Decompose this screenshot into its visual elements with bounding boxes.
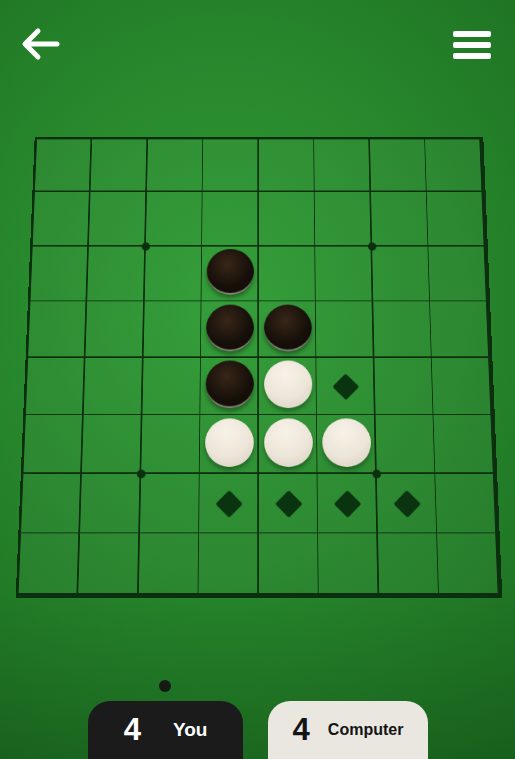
hamburger-menu-icon <box>453 53 491 59</box>
board-cell-f1[interactable] <box>314 139 371 192</box>
board-cell-g5[interactable] <box>374 358 433 415</box>
board-cell-c2[interactable] <box>146 192 203 246</box>
board-cell-c5[interactable] <box>142 358 201 415</box>
board-cell-a3[interactable] <box>30 247 89 302</box>
board-wrap <box>0 85 515 631</box>
board-cell-e2[interactable] <box>259 192 316 246</box>
player-score: 4 <box>124 712 141 748</box>
black-disc <box>206 361 254 409</box>
board-cell-b2[interactable] <box>89 192 147 246</box>
board-cell-a1[interactable] <box>35 139 93 192</box>
black-disc <box>264 304 312 351</box>
opponent-score-pill: 4 Computer <box>268 701 428 759</box>
board-cell-f3[interactable] <box>316 247 374 302</box>
player-score-pill: 4 You <box>88 701 243 759</box>
board-cell-a6[interactable] <box>23 415 84 474</box>
board-cell-b1[interactable] <box>91 139 148 192</box>
white-disc <box>264 418 313 467</box>
board-cell-h4[interactable] <box>430 302 489 358</box>
board-cell-g3[interactable] <box>372 247 430 302</box>
star-point <box>368 243 377 251</box>
board-cell-g1[interactable] <box>370 139 427 192</box>
board-cell-b7[interactable] <box>80 474 141 534</box>
board-cell-d2[interactable] <box>202 192 259 246</box>
board-cell-f5[interactable] <box>317 358 376 415</box>
white-disc <box>205 418 254 467</box>
board-cell-f2[interactable] <box>315 192 372 246</box>
board-cell-g2[interactable] <box>371 192 429 246</box>
board-cell-h5[interactable] <box>432 358 492 415</box>
othello-board <box>16 137 503 597</box>
board-cell-h2[interactable] <box>427 192 485 246</box>
board-cell-d3[interactable] <box>202 247 259 302</box>
black-disc <box>207 249 254 295</box>
hamburger-menu-icon <box>453 31 491 37</box>
legal-move-hint-diamond[interactable] <box>275 490 302 518</box>
player-label: You <box>173 719 207 741</box>
board-cell-c7[interactable] <box>140 474 200 534</box>
back-arrow-icon <box>19 25 61 63</box>
white-disc <box>264 361 312 409</box>
board-cell-c3[interactable] <box>145 247 203 302</box>
board-cell-h1[interactable] <box>425 139 483 192</box>
board-cell-e7[interactable] <box>259 474 319 534</box>
board-cell-d7[interactable] <box>199 474 259 534</box>
board-cell-f4[interactable] <box>316 302 374 358</box>
board-cell-d4[interactable] <box>201 302 259 358</box>
board-cell-e8[interactable] <box>259 534 319 595</box>
board-cell-g6[interactable] <box>376 415 436 474</box>
board-cell-a2[interactable] <box>33 192 91 246</box>
turn-indicator-dot <box>159 680 171 692</box>
board-cell-h3[interactable] <box>429 247 488 302</box>
board-cell-f6[interactable] <box>317 415 376 474</box>
board-cell-b4[interactable] <box>86 302 145 358</box>
legal-move-hint-diamond[interactable] <box>393 490 420 518</box>
board-cell-c8[interactable] <box>139 534 200 595</box>
legal-move-hint-diamond[interactable] <box>333 373 360 399</box>
board-cell-c4[interactable] <box>144 302 202 358</box>
star-point <box>372 470 381 479</box>
board-cell-d5[interactable] <box>201 358 259 415</box>
legal-move-hint-diamond[interactable] <box>216 490 243 518</box>
board-cell-d1[interactable] <box>203 139 259 192</box>
board-cell-f7[interactable] <box>318 474 378 534</box>
board-cell-h7[interactable] <box>436 474 497 534</box>
white-disc <box>322 418 371 467</box>
game-screen: 4 You 4 Computer <box>0 0 515 759</box>
board-cell-e5[interactable] <box>259 358 317 415</box>
board-cell-c6[interactable] <box>141 415 200 474</box>
menu-button[interactable] <box>446 22 498 68</box>
board-cell-f8[interactable] <box>319 534 380 595</box>
board-cell-a5[interactable] <box>26 358 86 415</box>
back-button[interactable] <box>14 20 66 68</box>
board-cell-a7[interactable] <box>21 474 82 534</box>
board-cell-h6[interactable] <box>434 415 495 474</box>
board-cell-a8[interactable] <box>19 534 81 595</box>
hamburger-menu-icon <box>453 42 491 48</box>
board-cell-d8[interactable] <box>199 534 259 595</box>
board-cell-b3[interactable] <box>88 247 146 302</box>
board-cell-h8[interactable] <box>438 534 500 595</box>
board-cell-e3[interactable] <box>259 247 316 302</box>
black-disc <box>206 304 254 351</box>
opponent-label: Computer <box>328 721 404 739</box>
board-cell-g8[interactable] <box>378 534 439 595</box>
board-cell-b5[interactable] <box>84 358 143 415</box>
board-cell-b6[interactable] <box>82 415 142 474</box>
board-cell-d6[interactable] <box>200 415 259 474</box>
board-cell-c1[interactable] <box>147 139 204 192</box>
board-cell-e1[interactable] <box>259 139 315 192</box>
board-cell-b8[interactable] <box>79 534 140 595</box>
opponent-score: 4 <box>293 712 310 748</box>
board-cell-g7[interactable] <box>377 474 438 534</box>
board-cell-g4[interactable] <box>373 302 432 358</box>
board-cell-e6[interactable] <box>259 415 318 474</box>
board-cell-e4[interactable] <box>259 302 317 358</box>
legal-move-hint-diamond[interactable] <box>334 490 361 518</box>
board-cell-a4[interactable] <box>28 302 87 358</box>
